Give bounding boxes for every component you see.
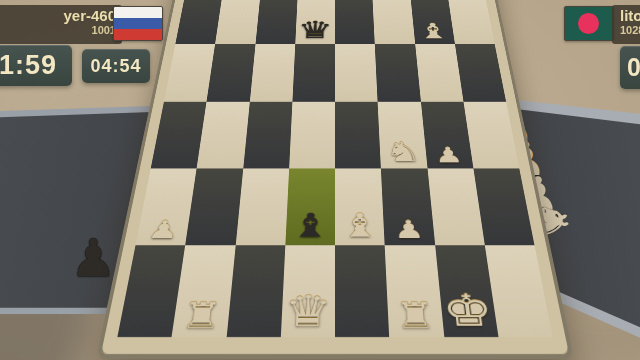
square-d4[interactable] <box>292 44 335 102</box>
white-bishop-g5[interactable]: ♝ <box>416 21 450 42</box>
white-bishop-e2[interactable]: ♝ <box>340 210 380 242</box>
square-h3[interactable] <box>463 102 519 168</box>
square-b4[interactable] <box>207 44 255 102</box>
square-h5[interactable] <box>447 0 494 44</box>
player-rating-white: 1001 <box>4 24 116 36</box>
square-f3[interactable]: ♞ <box>378 102 427 168</box>
player-plate-white: yer-460 1001 <box>0 5 122 44</box>
white-pawn-g3[interactable]: ♟ <box>433 144 464 165</box>
white-pawn-a2[interactable]: ♟ <box>146 218 181 243</box>
russia-flag-icon <box>113 6 163 41</box>
square-c1[interactable] <box>226 245 285 337</box>
board-grid: ♜♞♚♞♜♟♟♟♟♟♛♝♞♟♟♝♝♟♜♛♜♚ <box>117 0 552 337</box>
square-d3[interactable] <box>289 102 335 168</box>
square-d2[interactable]: ♝ <box>285 168 335 245</box>
square-h4[interactable] <box>455 44 506 102</box>
square-c4[interactable] <box>249 44 295 102</box>
square-b2[interactable] <box>185 168 243 245</box>
white-king-g1[interactable]: ♚ <box>441 289 496 333</box>
black-bishop-d2[interactable]: ♝ <box>290 210 330 242</box>
square-f4[interactable] <box>375 44 421 102</box>
square-c3[interactable] <box>243 102 292 168</box>
white-rook-b1[interactable]: ♜ <box>179 298 223 333</box>
board-scene: ♜♞♚♞♜♟♟♟♟♟♛♝♞♟♟♝♝♟♜♛♜♚ <box>101 34 569 354</box>
player-name-white: yer-460 <box>4 7 116 24</box>
bangladesh-flag-icon <box>564 6 614 41</box>
player-name-black: lito <box>620 7 640 24</box>
square-b5[interactable] <box>215 0 260 44</box>
square-f2[interactable]: ♟ <box>381 168 435 245</box>
square-c2[interactable] <box>235 168 289 245</box>
square-g5[interactable]: ♝ <box>410 0 455 44</box>
square-e1[interactable] <box>335 245 389 337</box>
square-b3[interactable] <box>197 102 250 168</box>
square-e2[interactable]: ♝ <box>335 168 385 245</box>
black-queen-d5[interactable]: ♛ <box>297 18 333 41</box>
white-pawn-f2[interactable]: ♟ <box>393 218 425 243</box>
white-knight-f3[interactable]: ♞ <box>384 138 422 165</box>
clock-white-secondary: 04:54 <box>82 49 150 83</box>
square-f5[interactable] <box>372 0 414 44</box>
square-d1[interactable]: ♛ <box>281 245 335 337</box>
square-d5[interactable]: ♛ <box>295 0 335 44</box>
clock-white-main: 1:59 <box>0 45 72 86</box>
square-f1[interactable]: ♜ <box>385 245 444 337</box>
square-c5[interactable] <box>255 0 297 44</box>
white-rook-f1[interactable]: ♜ <box>394 298 436 333</box>
player-plate-black: lito 1028 <box>612 5 640 44</box>
clock-black-partial: 0 <box>620 46 640 89</box>
white-queen-d1[interactable]: ♛ <box>283 290 332 333</box>
square-e5[interactable] <box>335 0 375 44</box>
square-h2[interactable] <box>473 168 534 245</box>
chess-board[interactable]: ♜♞♚♞♜♟♟♟♟♟♛♝♞♟♟♝♝♟♜♛♜♚ <box>101 0 569 354</box>
square-e4[interactable] <box>335 44 378 102</box>
player-rating-black: 1028 <box>620 24 640 36</box>
square-e3[interactable] <box>335 102 381 168</box>
game-screen: ♟ ♟♟♟♟♞ ♜♞♚♞♜♟♟♟♟♟♛♝♞♟♟♝♝♟♜♛♜♚ yer-460 1… <box>0 0 640 360</box>
